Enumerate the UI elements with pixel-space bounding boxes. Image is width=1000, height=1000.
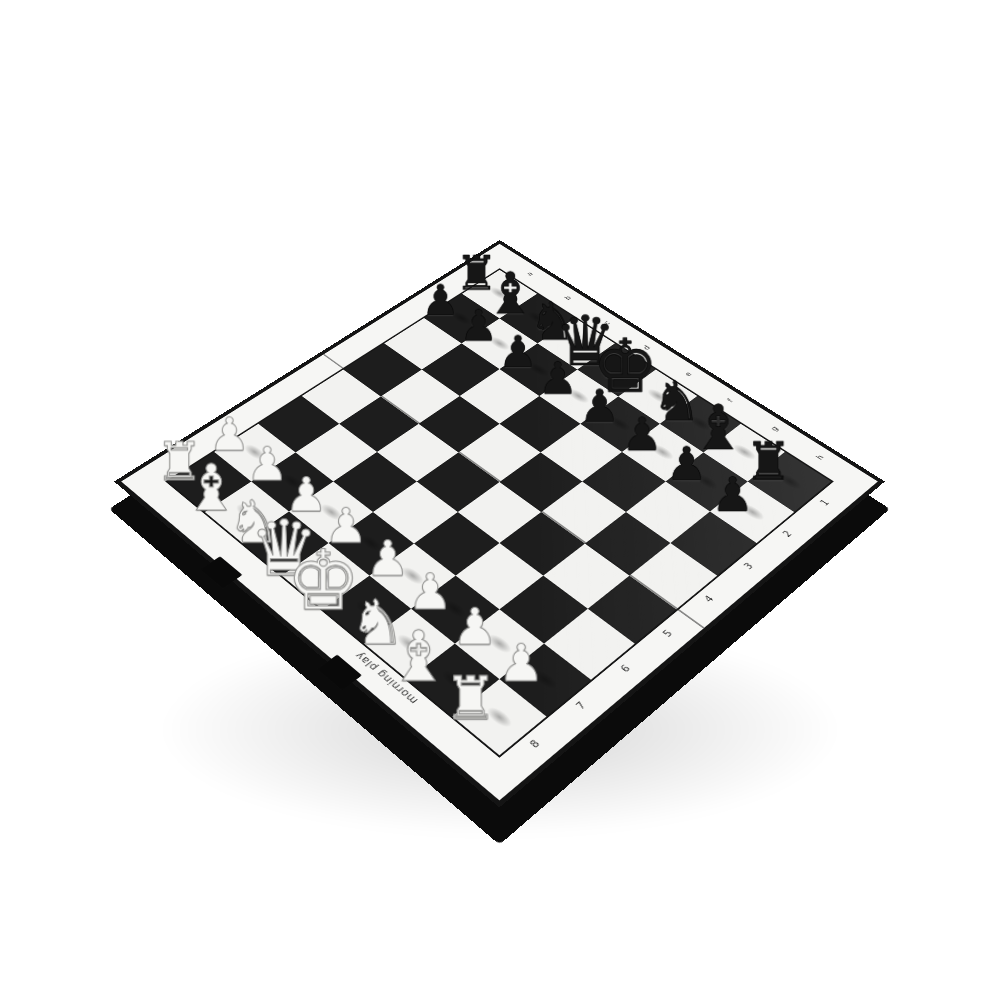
white-pawn-glyph: ♟ <box>366 534 410 583</box>
product-photo-scene: 12345678 abcdefgh morning play ♜♝♞♛♚♞♝♜♟… <box>0 0 1000 1000</box>
white-rook-glyph: ♜ <box>444 668 497 727</box>
chess-board: 12345678 abcdefgh morning play ♜♝♞♛♚♞♝♜♟… <box>114 240 885 807</box>
white-pawn-glyph: ♟ <box>246 441 288 488</box>
black-pawn-glyph: ♟ <box>711 471 753 518</box>
white-pawn-glyph: ♟ <box>408 567 453 617</box>
board-perspective-wrapper: 12345678 abcdefgh morning play ♜♝♞♛♚♞♝♜♟… <box>0 0 1000 1000</box>
black-pawn-glyph: ♟ <box>666 441 708 488</box>
white-pawn-glyph: ♟ <box>498 637 544 689</box>
white-pawn-glyph: ♟ <box>452 601 497 652</box>
white-bishop-glyph: ♝ <box>388 622 451 692</box>
